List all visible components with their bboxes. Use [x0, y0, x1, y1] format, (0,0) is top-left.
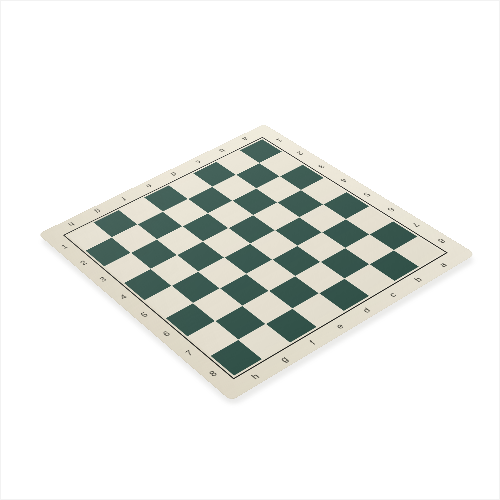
board-border-line [63, 137, 448, 379]
product-photo-canvas: hgfedcba hgfedcba 12345678 12345678 [0, 0, 500, 500]
chess-mat: hgfedcba hgfedcba 12345678 12345678 [38, 124, 476, 401]
board-grid [67, 139, 442, 375]
